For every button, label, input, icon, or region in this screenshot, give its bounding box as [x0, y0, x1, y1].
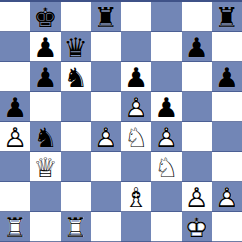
piece-white-rook-fill: ♜	[0, 212, 30, 242]
square-g5[interactable]	[182, 92, 212, 122]
piece-white-pawn: ♙	[151, 122, 181, 152]
square-c8[interactable]	[61, 2, 91, 32]
piece-white-bishop: ♗	[121, 182, 151, 212]
square-g3[interactable]	[182, 152, 212, 182]
square-d6[interactable]	[91, 62, 121, 92]
square-b5[interactable]	[30, 92, 60, 122]
piece-white-pawn-fill: ♟	[151, 122, 181, 152]
square-e1[interactable]	[121, 212, 151, 242]
square-h7[interactable]	[212, 32, 242, 62]
square-d5[interactable]	[91, 92, 121, 122]
piece-black-pawn: ♟	[182, 32, 212, 62]
square-b8[interactable]: ♚	[30, 2, 60, 32]
square-a7[interactable]	[0, 32, 30, 62]
piece-black-rook: ♜	[212, 2, 242, 32]
piece-black-knight: ♞	[61, 62, 91, 92]
square-h8[interactable]: ♜	[212, 2, 242, 32]
square-a2[interactable]	[0, 182, 30, 212]
square-c2[interactable]	[61, 182, 91, 212]
piece-white-pawn: ♙	[121, 92, 151, 122]
square-f7[interactable]	[151, 32, 181, 62]
piece-white-pawn-fill: ♟	[182, 182, 212, 212]
square-a6[interactable]	[0, 62, 30, 92]
square-e2[interactable]: ♝♗	[121, 182, 151, 212]
piece-black-pawn: ♟	[151, 92, 181, 122]
chess-board: ♚♜♜♟♛♟♟♞♟♟♟♟♙♟♟♙♞♟♙♞♘♟♙♛♕♞♘♝♗♟♙♟♙♜♖♜♖♚♔	[0, 0, 242, 242]
square-c6[interactable]: ♞	[61, 62, 91, 92]
piece-black-pawn: ♟	[212, 62, 242, 92]
square-e6[interactable]: ♟	[121, 62, 151, 92]
square-d1[interactable]	[91, 212, 121, 242]
piece-white-queen-fill: ♛	[30, 152, 60, 182]
piece-black-rook: ♜	[91, 2, 121, 32]
piece-white-knight: ♘	[121, 122, 151, 152]
square-d2[interactable]	[91, 182, 121, 212]
piece-black-pawn: ♟	[121, 62, 151, 92]
piece-white-pawn: ♙	[212, 182, 242, 212]
piece-white-knight-fill: ♞	[121, 122, 151, 152]
piece-white-rook: ♖	[61, 212, 91, 242]
piece-white-bishop-fill: ♝	[121, 182, 151, 212]
piece-black-pawn: ♟	[30, 62, 60, 92]
piece-white-pawn-fill: ♟	[121, 92, 151, 122]
square-a8[interactable]	[0, 2, 30, 32]
square-f2[interactable]	[151, 182, 181, 212]
piece-black-king: ♚	[30, 2, 60, 32]
square-g1[interactable]: ♚♔	[182, 212, 212, 242]
square-h2[interactable]: ♟♙	[212, 182, 242, 212]
square-a3[interactable]	[0, 152, 30, 182]
square-g6[interactable]	[182, 62, 212, 92]
square-d7[interactable]	[91, 32, 121, 62]
square-b3[interactable]: ♛♕	[30, 152, 60, 182]
square-g8[interactable]	[182, 2, 212, 32]
square-d8[interactable]: ♜	[91, 2, 121, 32]
square-b6[interactable]: ♟	[30, 62, 60, 92]
square-f8[interactable]	[151, 2, 181, 32]
square-e4[interactable]: ♞♘	[121, 122, 151, 152]
square-c7[interactable]: ♛	[61, 32, 91, 62]
piece-black-knight: ♞	[30, 122, 60, 152]
square-f5[interactable]: ♟	[151, 92, 181, 122]
square-g7[interactable]: ♟	[182, 32, 212, 62]
square-b2[interactable]	[30, 182, 60, 212]
square-f6[interactable]	[151, 62, 181, 92]
square-b7[interactable]: ♟	[30, 32, 60, 62]
square-c4[interactable]	[61, 122, 91, 152]
square-h1[interactable]	[212, 212, 242, 242]
square-e3[interactable]	[121, 152, 151, 182]
piece-white-rook-fill: ♜	[61, 212, 91, 242]
square-e5[interactable]: ♟♙	[121, 92, 151, 122]
square-f3[interactable]: ♞♘	[151, 152, 181, 182]
piece-white-king-fill: ♚	[182, 212, 212, 242]
piece-white-pawn: ♙	[91, 122, 121, 152]
piece-white-knight: ♘	[151, 152, 181, 182]
piece-white-king: ♔	[182, 212, 212, 242]
piece-white-pawn-fill: ♟	[0, 122, 30, 152]
square-g2[interactable]: ♟♙	[182, 182, 212, 212]
piece-black-pawn: ♟	[0, 92, 30, 122]
square-c1[interactable]: ♜♖	[61, 212, 91, 242]
piece-white-pawn: ♙	[182, 182, 212, 212]
square-a5[interactable]: ♟	[0, 92, 30, 122]
square-h4[interactable]	[212, 122, 242, 152]
square-f4[interactable]: ♟♙	[151, 122, 181, 152]
piece-white-pawn: ♙	[0, 122, 30, 152]
square-h5[interactable]	[212, 92, 242, 122]
square-h3[interactable]	[212, 152, 242, 182]
piece-white-rook: ♖	[0, 212, 30, 242]
piece-white-queen: ♕	[30, 152, 60, 182]
square-f1[interactable]	[151, 212, 181, 242]
square-a1[interactable]: ♜♖	[0, 212, 30, 242]
square-b1[interactable]	[30, 212, 60, 242]
piece-white-pawn-fill: ♟	[212, 182, 242, 212]
square-b4[interactable]: ♞	[30, 122, 60, 152]
square-d4[interactable]: ♟♙	[91, 122, 121, 152]
square-g4[interactable]	[182, 122, 212, 152]
square-h6[interactable]: ♟	[212, 62, 242, 92]
square-e7[interactable]	[121, 32, 151, 62]
square-a4[interactable]: ♟♙	[0, 122, 30, 152]
piece-white-pawn-fill: ♟	[91, 122, 121, 152]
piece-white-knight-fill: ♞	[151, 152, 181, 182]
piece-black-queen: ♛	[61, 32, 91, 62]
square-d3[interactable]	[91, 152, 121, 182]
square-e8[interactable]	[121, 2, 151, 32]
piece-black-pawn: ♟	[30, 32, 60, 62]
square-c5[interactable]	[61, 92, 91, 122]
square-c3[interactable]	[61, 152, 91, 182]
